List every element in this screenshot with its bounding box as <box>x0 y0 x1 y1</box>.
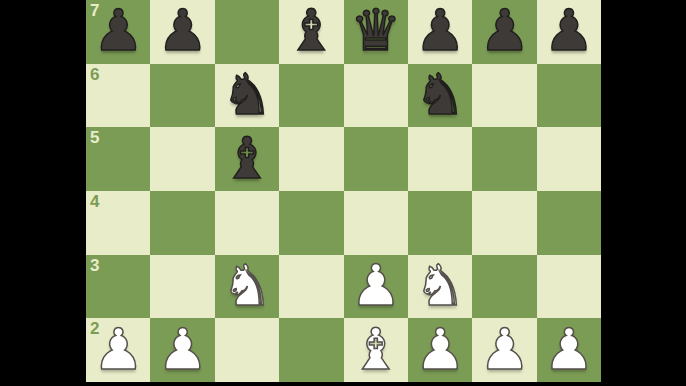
piece-black-pawn[interactable]: ♟ <box>479 2 530 59</box>
square-f3[interactable]: ♞ <box>408 255 472 319</box>
piece-black-knight[interactable]: ♞ <box>221 66 272 123</box>
letterbox-bottom <box>0 382 686 386</box>
square-a3[interactable]: 3 <box>86 255 150 319</box>
square-c7[interactable] <box>215 0 279 64</box>
square-b3[interactable] <box>150 255 214 319</box>
square-f2[interactable]: ♟ <box>408 318 472 382</box>
piece-black-queen[interactable]: ♛ <box>350 2 401 59</box>
square-f4[interactable] <box>408 191 472 255</box>
piece-black-pawn[interactable]: ♟ <box>543 2 594 59</box>
square-a6[interactable]: 6 <box>86 64 150 128</box>
square-g7[interactable]: ♟ <box>472 0 536 64</box>
rank-label-6: 6 <box>90 66 99 83</box>
square-h7[interactable]: ♟ <box>537 0 601 64</box>
square-d7[interactable]: ♝ <box>279 0 343 64</box>
square-d6[interactable] <box>279 64 343 128</box>
square-b5[interactable] <box>150 127 214 191</box>
square-a4[interactable]: 4 <box>86 191 150 255</box>
square-h3[interactable] <box>537 255 601 319</box>
piece-black-bishop[interactable]: ♝ <box>286 2 337 59</box>
square-g4[interactable] <box>472 191 536 255</box>
square-b6[interactable] <box>150 64 214 128</box>
square-e4[interactable] <box>344 191 408 255</box>
square-e6[interactable] <box>344 64 408 128</box>
video-frame: 7♟♟♝♛♟♟♟6♞♞5♝43♞♟♞2♟♟♝♟♟♟ <box>0 0 686 386</box>
square-b2[interactable]: ♟ <box>150 318 214 382</box>
piece-black-pawn[interactable]: ♟ <box>93 2 144 59</box>
piece-white-pawn[interactable]: ♟ <box>350 257 401 314</box>
square-c4[interactable] <box>215 191 279 255</box>
piece-white-pawn[interactable]: ♟ <box>157 321 208 378</box>
letterbox-right <box>601 0 686 386</box>
square-g3[interactable] <box>472 255 536 319</box>
square-a7[interactable]: 7♟ <box>86 0 150 64</box>
piece-white-pawn[interactable]: ♟ <box>415 321 466 378</box>
square-c2[interactable] <box>215 318 279 382</box>
square-e5[interactable] <box>344 127 408 191</box>
square-d5[interactable] <box>279 127 343 191</box>
piece-white-bishop[interactable]: ♝ <box>350 321 401 378</box>
square-c5[interactable]: ♝ <box>215 127 279 191</box>
square-f5[interactable] <box>408 127 472 191</box>
square-f6[interactable]: ♞ <box>408 64 472 128</box>
square-c3[interactable]: ♞ <box>215 255 279 319</box>
square-e2[interactable]: ♝ <box>344 318 408 382</box>
square-h2[interactable]: ♟ <box>537 318 601 382</box>
rank-label-4: 4 <box>90 193 99 210</box>
square-e7[interactable]: ♛ <box>344 0 408 64</box>
square-g6[interactable] <box>472 64 536 128</box>
piece-black-pawn[interactable]: ♟ <box>157 2 208 59</box>
square-f7[interactable]: ♟ <box>408 0 472 64</box>
square-h6[interactable] <box>537 64 601 128</box>
piece-white-pawn[interactable]: ♟ <box>93 321 144 378</box>
square-a5[interactable]: 5 <box>86 127 150 191</box>
square-b7[interactable]: ♟ <box>150 0 214 64</box>
piece-black-bishop[interactable]: ♝ <box>221 130 272 187</box>
square-e3[interactable]: ♟ <box>344 255 408 319</box>
square-g2[interactable]: ♟ <box>472 318 536 382</box>
square-b4[interactable] <box>150 191 214 255</box>
square-g5[interactable] <box>472 127 536 191</box>
square-h5[interactable] <box>537 127 601 191</box>
piece-black-pawn[interactable]: ♟ <box>415 2 466 59</box>
chess-board: 7♟♟♝♛♟♟♟6♞♞5♝43♞♟♞2♟♟♝♟♟♟ <box>86 0 601 382</box>
piece-white-knight[interactable]: ♞ <box>221 257 272 314</box>
piece-white-pawn[interactable]: ♟ <box>479 321 530 378</box>
piece-white-pawn[interactable]: ♟ <box>543 321 594 378</box>
square-d4[interactable] <box>279 191 343 255</box>
rank-label-5: 5 <box>90 129 99 146</box>
piece-white-knight[interactable]: ♞ <box>415 257 466 314</box>
piece-black-knight[interactable]: ♞ <box>415 66 466 123</box>
square-h4[interactable] <box>537 191 601 255</box>
rank-label-3: 3 <box>90 257 99 274</box>
square-d2[interactable] <box>279 318 343 382</box>
square-d3[interactable] <box>279 255 343 319</box>
square-c6[interactable]: ♞ <box>215 64 279 128</box>
square-a2[interactable]: 2♟ <box>86 318 150 382</box>
letterbox-left <box>0 0 86 386</box>
